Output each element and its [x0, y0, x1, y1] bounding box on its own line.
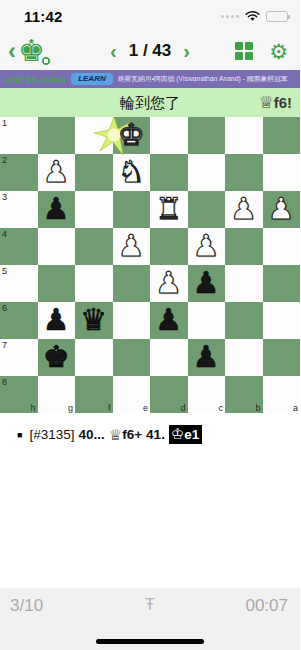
square-e8[interactable]: e — [113, 376, 151, 413]
square-a3[interactable]: ♟ — [263, 191, 301, 228]
status-bar: 11:42 — [0, 0, 300, 32]
square-f5[interactable] — [75, 265, 113, 302]
file-label-h: h — [30, 403, 35, 413]
square-b8[interactable]: b — [225, 376, 263, 413]
square-g3[interactable]: ♟ — [38, 191, 76, 228]
square-g1[interactable] — [38, 117, 76, 154]
square-d5[interactable]: ♟ — [150, 265, 188, 302]
turn-status-bar: 輪到您了 ♕f6! — [0, 88, 300, 117]
square-a1[interactable] — [263, 117, 301, 154]
square-h1[interactable]: 1 — [0, 117, 38, 154]
square-g5[interactable] — [38, 265, 76, 302]
square-e6[interactable] — [113, 302, 151, 339]
battery-icon — [266, 11, 288, 22]
bottom-toolbar: 3/10 00:07 Ŧ — [0, 588, 300, 650]
puzzle-list-grid-button[interactable] — [235, 42, 253, 60]
square-b6[interactable] — [225, 302, 263, 339]
square-c8[interactable]: c — [188, 376, 226, 413]
square-d8[interactable]: d — [150, 376, 188, 413]
square-f8[interactable]: f — [75, 376, 113, 413]
piece-white-pawn[interactable]: ♟ — [188, 228, 226, 265]
puzzle-counter: 1 / 43 — [129, 41, 172, 61]
square-g7[interactable]: ♚ — [38, 339, 76, 376]
app-screen: 11:42 ‹ ♚ ‹ 1 / 43 › — [0, 0, 300, 650]
evaluation-symbol: Ŧ — [145, 596, 155, 614]
move-number: 40... — [78, 427, 104, 442]
square-b2[interactable] — [225, 154, 263, 191]
piece-black-pawn[interactable]: ♟ — [188, 339, 226, 376]
wifi-icon — [244, 10, 261, 22]
rank-label-3: 3 — [2, 192, 7, 202]
square-b7[interactable] — [225, 339, 263, 376]
square-a4[interactable] — [263, 228, 301, 265]
square-a7[interactable] — [263, 339, 301, 376]
square-e3[interactable] — [113, 191, 151, 228]
piece-black-pawn[interactable]: ♟ — [150, 302, 188, 339]
square-h3[interactable]: 3 — [0, 191, 38, 228]
score-counter: 3/10 — [10, 596, 43, 616]
prev-puzzle-button[interactable]: ‹ — [110, 41, 117, 61]
square-f3[interactable] — [75, 191, 113, 228]
move-qf6[interactable]: ♕f6+ — [109, 426, 142, 444]
rank-label-8: 8 — [2, 377, 7, 387]
piece-white-knight[interactable]: ♞ — [113, 154, 151, 191]
square-b1[interactable] — [225, 117, 263, 154]
square-c3[interactable] — [188, 191, 226, 228]
piece-white-pawn[interactable]: ♟ — [38, 154, 76, 191]
cellular-signal-icon — [221, 15, 239, 18]
file-label-d: d — [180, 403, 185, 413]
square-b5[interactable] — [225, 265, 263, 302]
square-b4[interactable] — [225, 228, 263, 265]
file-label-a: a — [293, 403, 298, 413]
square-c1[interactable] — [188, 117, 226, 154]
course-banner[interactable]: CHESS KING LEARN 維斯瓦納坦•阿南德 (Viswanathan … — [0, 70, 300, 88]
clock-time: 11:42 — [24, 8, 63, 25]
course-title: 維斯瓦納坦•阿南德 (Viswanathan Anand) - 國際象棋冠軍 — [118, 74, 288, 84]
current-move-ke1[interactable]: ♔e1 — [169, 425, 202, 444]
piece-black-king[interactable]: ♚ — [38, 339, 76, 376]
piece-black-pawn[interactable]: ♟ — [188, 265, 226, 302]
square-c4[interactable]: ♟ — [188, 228, 226, 265]
square-g2[interactable]: ♟ — [38, 154, 76, 191]
square-f6[interactable]: ♛ — [75, 302, 113, 339]
last-move-label: ♕f6! — [258, 88, 292, 117]
file-label-e: e — [143, 403, 148, 413]
rank-label-5: 5 — [2, 266, 7, 276]
square-d2[interactable] — [150, 154, 188, 191]
piece-white-pawn[interactable]: ♟ — [113, 228, 151, 265]
rank-label-2: 2 — [2, 155, 7, 165]
square-h2[interactable]: 2 — [0, 154, 38, 191]
chess-board[interactable]: 1♚2♟♞3♟♜♟♟4♟♟5♟♟6♟♛♟7♚♟8hgfedcba — [0, 117, 300, 413]
nav-bar: ‹ ♚ ‹ 1 / 43 › ⚙ — [0, 32, 300, 70]
learn-badge: LEARN — [71, 73, 113, 85]
square-e5[interactable] — [113, 265, 151, 302]
square-a8[interactable]: a — [263, 376, 301, 413]
square-d3[interactable]: ♜ — [150, 191, 188, 228]
move-list: ■ [#3135] 40... ♕f6+ 41. ♔e1 — [0, 425, 300, 444]
square-d1[interactable] — [150, 117, 188, 154]
square-g6[interactable]: ♟ — [38, 302, 76, 339]
file-label-b: b — [255, 403, 260, 413]
next-puzzle-button[interactable]: › — [183, 41, 190, 61]
piece-black-pawn[interactable]: ♟ — [38, 302, 76, 339]
puzzle-id: [#3135] — [29, 427, 74, 442]
square-a6[interactable] — [263, 302, 301, 339]
square-e1[interactable]: ♚ — [113, 117, 151, 154]
square-f1[interactable] — [75, 117, 113, 154]
queen-figurine-icon: ♕ — [109, 426, 122, 444]
square-a5[interactable] — [263, 265, 301, 302]
square-c7[interactable]: ♟ — [188, 339, 226, 376]
back-button[interactable]: ‹ — [8, 39, 16, 63]
turn-message: 輪到您了 — [0, 88, 300, 117]
rank-label-7: 7 — [2, 340, 7, 350]
black-to-move-icon: ■ — [17, 430, 22, 440]
square-h5[interactable]: 5 — [0, 265, 38, 302]
rank-label-1: 1 — [2, 118, 7, 128]
square-g8[interactable]: g — [38, 376, 76, 413]
square-d6[interactable]: ♟ — [150, 302, 188, 339]
move-number-2: 41. — [146, 427, 165, 442]
square-h7[interactable]: 7 — [0, 339, 38, 376]
piece-white-pawn[interactable]: ♟ — [225, 191, 263, 228]
piece-white-rook[interactable]: ♜ — [150, 191, 188, 228]
brand-label: CHESS KING — [4, 74, 66, 85]
square-h6[interactable]: 6 — [0, 302, 38, 339]
status-icons — [221, 10, 288, 22]
piece-white-king[interactable]: ♚ — [113, 117, 151, 154]
king-figurine-icon: ♔ — [171, 425, 184, 443]
file-label-c: c — [219, 403, 224, 413]
square-d4[interactable] — [150, 228, 188, 265]
square-c6[interactable] — [188, 302, 226, 339]
chess-king-logo-icon[interactable]: ♚ — [18, 34, 50, 68]
rank-label-4: 4 — [2, 229, 7, 239]
square-a2[interactable] — [263, 154, 301, 191]
piece-black-pawn[interactable]: ♟ — [38, 191, 76, 228]
square-f2[interactable] — [75, 154, 113, 191]
queen-figurine-icon: ♕ — [258, 93, 273, 112]
square-d7[interactable] — [150, 339, 188, 376]
square-b3[interactable]: ♟ — [225, 191, 263, 228]
square-h8[interactable]: 8h — [0, 376, 38, 413]
square-c5[interactable]: ♟ — [188, 265, 226, 302]
file-label-g: g — [68, 403, 73, 413]
square-e4[interactable]: ♟ — [113, 228, 151, 265]
square-c2[interactable] — [188, 154, 226, 191]
timer: 00:07 — [245, 596, 288, 616]
file-label-f: f — [108, 403, 111, 413]
piece-white-pawn[interactable]: ♟ — [263, 191, 301, 228]
home-indicator[interactable] — [96, 639, 204, 644]
square-g4[interactable] — [38, 228, 76, 265]
square-e7[interactable] — [113, 339, 151, 376]
settings-gear-button[interactable]: ⚙ — [269, 41, 288, 62]
piece-black-queen[interactable]: ♛ — [75, 302, 113, 339]
piece-white-pawn[interactable]: ♟ — [150, 265, 188, 302]
square-f7[interactable] — [75, 339, 113, 376]
square-e2[interactable]: ♞ — [113, 154, 151, 191]
square-h4[interactable]: 4 — [0, 228, 38, 265]
rank-label-6: 6 — [2, 303, 7, 313]
square-f4[interactable] — [75, 228, 113, 265]
